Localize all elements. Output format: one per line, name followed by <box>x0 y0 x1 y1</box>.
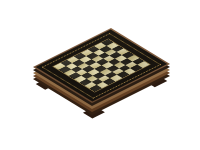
chessboard-product-photo <box>0 0 200 150</box>
